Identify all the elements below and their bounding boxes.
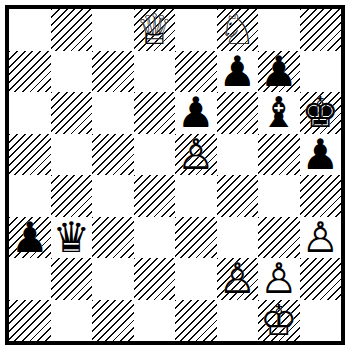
square-g6[interactable]: ♝ [258, 92, 300, 134]
square-g2[interactable]: ♙ [258, 258, 300, 300]
square-g8[interactable] [258, 9, 300, 51]
square-e5[interactable]: ♙ [175, 134, 217, 176]
square-f6[interactable] [217, 92, 259, 134]
square-e8[interactable] [175, 9, 217, 51]
square-c6[interactable] [92, 92, 134, 134]
square-a6[interactable] [9, 92, 51, 134]
black-pawn: ♟ [260, 51, 298, 93]
square-f3[interactable] [217, 217, 259, 259]
square-e2[interactable] [175, 258, 217, 300]
square-f5[interactable] [217, 134, 259, 176]
square-b2[interactable] [51, 258, 93, 300]
black-pawn: ♟ [177, 92, 215, 134]
board-frame: ♕♘♟♟♟♝♚♙♟♟♛♙♙♙♔ [5, 5, 345, 345]
square-f1[interactable] [217, 300, 259, 342]
black-queen: ♛ [52, 217, 90, 259]
white-queen: ♕ [135, 9, 173, 51]
square-e3[interactable] [175, 217, 217, 259]
square-e4[interactable] [175, 175, 217, 217]
square-b4[interactable] [51, 175, 93, 217]
white-knight: ♘ [218, 9, 256, 51]
square-h1[interactable] [300, 300, 342, 342]
square-a4[interactable] [9, 175, 51, 217]
square-b8[interactable] [51, 9, 93, 51]
square-h2[interactable] [300, 258, 342, 300]
square-f8[interactable]: ♘ [217, 9, 259, 51]
square-b5[interactable] [51, 134, 93, 176]
white-pawn: ♙ [301, 217, 339, 259]
square-g3[interactable] [258, 217, 300, 259]
square-f2[interactable]: ♙ [217, 258, 259, 300]
white-pawn: ♙ [218, 258, 256, 300]
square-g7[interactable]: ♟ [258, 51, 300, 93]
black-bishop: ♝ [260, 92, 298, 134]
square-c2[interactable] [92, 258, 134, 300]
square-d2[interactable] [134, 258, 176, 300]
square-b7[interactable] [51, 51, 93, 93]
square-f7[interactable]: ♟ [217, 51, 259, 93]
square-h8[interactable] [300, 9, 342, 51]
square-b3[interactable]: ♛ [51, 217, 93, 259]
square-e1[interactable] [175, 300, 217, 342]
square-a3[interactable]: ♟ [9, 217, 51, 259]
square-c8[interactable] [92, 9, 134, 51]
square-a1[interactable] [9, 300, 51, 342]
white-pawn: ♙ [260, 258, 298, 300]
square-e7[interactable] [175, 51, 217, 93]
chess-diagram: ♕♘♟♟♟♝♚♙♟♟♛♙♙♙♔ [0, 0, 350, 350]
square-b6[interactable] [51, 92, 93, 134]
black-pawn: ♟ [301, 134, 339, 176]
square-h3[interactable]: ♙ [300, 217, 342, 259]
chess-board: ♕♘♟♟♟♝♚♙♟♟♛♙♙♙♔ [9, 9, 341, 341]
square-a7[interactable] [9, 51, 51, 93]
square-h5[interactable]: ♟ [300, 134, 342, 176]
black-pawn: ♟ [11, 217, 49, 259]
square-h7[interactable] [300, 51, 342, 93]
square-c4[interactable] [92, 175, 134, 217]
black-pawn: ♟ [218, 51, 256, 93]
square-d3[interactable] [134, 217, 176, 259]
square-d4[interactable] [134, 175, 176, 217]
square-c3[interactable] [92, 217, 134, 259]
square-g1[interactable]: ♔ [258, 300, 300, 342]
square-a2[interactable] [9, 258, 51, 300]
square-d8[interactable]: ♕ [134, 9, 176, 51]
square-c1[interactable] [92, 300, 134, 342]
square-d7[interactable] [134, 51, 176, 93]
square-g5[interactable] [258, 134, 300, 176]
square-b1[interactable] [51, 300, 93, 342]
square-e6[interactable]: ♟ [175, 92, 217, 134]
white-king: ♔ [260, 300, 298, 342]
square-a8[interactable] [9, 9, 51, 51]
square-d1[interactable] [134, 300, 176, 342]
square-a5[interactable] [9, 134, 51, 176]
square-c7[interactable] [92, 51, 134, 93]
black-king: ♚ [301, 92, 339, 134]
square-d6[interactable] [134, 92, 176, 134]
square-g4[interactable] [258, 175, 300, 217]
white-pawn: ♙ [177, 134, 215, 176]
square-h4[interactable] [300, 175, 342, 217]
square-c5[interactable] [92, 134, 134, 176]
square-f4[interactable] [217, 175, 259, 217]
square-h6[interactable]: ♚ [300, 92, 342, 134]
square-d5[interactable] [134, 134, 176, 176]
